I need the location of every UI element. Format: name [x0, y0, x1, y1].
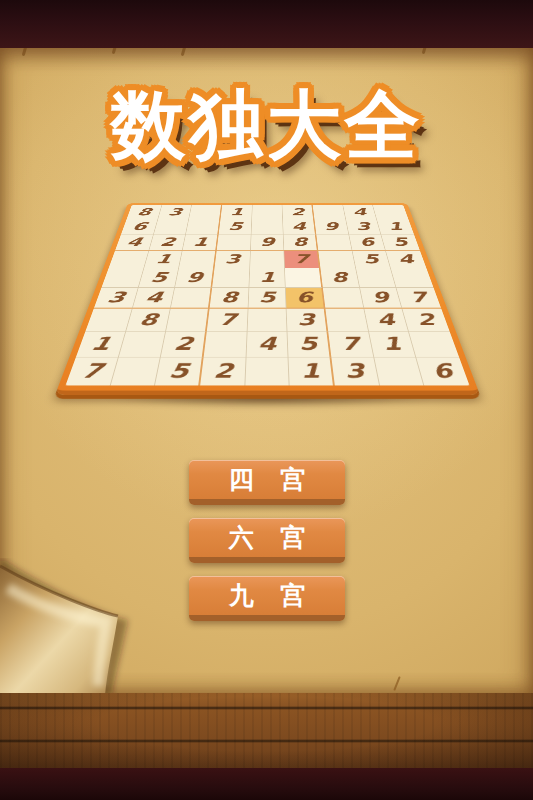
board-cell-r6c6: 6: [286, 288, 325, 309]
board-cell-r2c1: 6: [121, 219, 158, 234]
board-cell-r2c2: [154, 219, 190, 234]
board-cell-r8c4: [204, 332, 248, 357]
app-screen: 数独大全 83124654931421986513754591834856978…: [0, 0, 533, 800]
board-cell-r7c9: 2: [403, 309, 450, 332]
board-cell-r6c2: 4: [132, 288, 175, 309]
board-cell-r4c5: [250, 251, 285, 269]
page-curl: [0, 558, 142, 695]
board-cell-r9c2: [110, 357, 161, 385]
board-cell-r9c4: 2: [200, 357, 246, 385]
board-cell-r6c5: 5: [248, 288, 287, 309]
board-cell-r8c2: [118, 332, 166, 357]
board-cell-r9c3: 5: [155, 357, 203, 385]
board-cell-r2c4: 5: [219, 219, 252, 234]
menu-button-label: 九 宫: [229, 579, 306, 612]
board-cell-r2c9: 1: [377, 219, 414, 234]
board-cell-r4c9: 4: [386, 251, 426, 269]
board-cell-r3c5: 9: [251, 234, 285, 250]
board-cell-r6c1: 3: [94, 288, 139, 309]
board-cell-r3c7: [316, 234, 352, 250]
board-cell-r3c9: 5: [381, 234, 420, 250]
menu-button-4x4[interactable]: 四 宫: [189, 460, 345, 505]
board-cell-r9c5: [245, 357, 290, 385]
board-cell-r3c1: 4: [115, 234, 154, 250]
board-cell-r8c5: 4: [246, 332, 289, 357]
board-cell-r7c1: [85, 309, 132, 332]
menu-button-label: 六 宫: [229, 521, 306, 554]
board-cell-r4c8: 5: [352, 251, 391, 269]
board-cell-r2c5: [251, 219, 284, 234]
board-perspective-scene: 8312465493142198651375459183485697873421…: [55, 3, 480, 395]
sudoku-board: 8312465493142198651375459183485697873421…: [55, 203, 480, 395]
board-cell-r7c2: 8: [126, 309, 171, 332]
board-cell-r2c7: 9: [314, 219, 348, 234]
board-cell-r8c6: 5: [288, 332, 332, 357]
board-cell-r8c1: 1: [76, 332, 126, 357]
board-cell-r5c5: 1: [249, 268, 286, 287]
board-cell-r8c9: [409, 332, 459, 357]
board-cell-r4c7: [318, 251, 355, 269]
board-cell-r7c7: [325, 309, 368, 332]
board-cell-r7c6: 3: [287, 309, 328, 332]
board-cell-r5c1: [101, 268, 143, 287]
board-cell-r4c4: 3: [215, 251, 251, 269]
board-cell-r7c8: 4: [364, 309, 409, 332]
mode-menu: 四 宫 六 宫 九 宫: [189, 460, 345, 634]
wood-shelf: [0, 693, 533, 769]
board-cell-r1c2: 3: [158, 205, 192, 219]
board-cell-r1c6: 2: [283, 205, 315, 219]
board-cell-r4c6: 7: [284, 251, 320, 269]
board-cell-r7c5: [247, 309, 288, 332]
board-cell-r8c7: 7: [328, 332, 374, 357]
board-cell-r9c6: 1: [289, 357, 335, 385]
board-cell-r9c7: 3: [331, 357, 379, 385]
board-cell-r3c6: 8: [284, 234, 319, 250]
board-cell-r1c9: [373, 205, 408, 219]
board-cell-r5c7: 8: [320, 268, 359, 287]
board-cell-r1c7: [313, 205, 346, 219]
board-cell-r1c3: [189, 205, 222, 219]
board-cell-r6c8: 9: [360, 288, 403, 309]
board-cell-r4c1: [109, 251, 149, 269]
board-cell-r5c6: [285, 268, 323, 287]
board-cell-r6c7: [323, 288, 364, 309]
board-cell-r7c3: [166, 309, 209, 332]
board-cell-r3c8: 6: [349, 234, 386, 250]
board-cell-r2c8: 3: [346, 219, 382, 234]
board-cell-r7c4: 7: [207, 309, 248, 332]
board-cell-r5c3: 9: [175, 268, 214, 287]
board-cell-r1c4: 1: [221, 205, 253, 219]
menu-button-9x9[interactable]: 九 宫: [189, 576, 345, 621]
board-cell-r2c3: [186, 219, 220, 234]
sudoku-grid: 8312465493142198651375459183485697873421…: [66, 205, 470, 385]
board-cell-r6c3: [171, 288, 212, 309]
board-cell-r6c4: 8: [210, 288, 249, 309]
board-cell-r5c8: [356, 268, 397, 287]
board-cell-r1c5: [252, 205, 283, 219]
menu-button-label: 四 宫: [229, 463, 306, 496]
board-cell-r3c2: 2: [149, 234, 186, 250]
board-cell-r5c2: 5: [138, 268, 179, 287]
board-cell-r6c9: 7: [397, 288, 442, 309]
menu-button-6x6[interactable]: 六 宫: [189, 518, 345, 563]
board-cell-r4c3: [179, 251, 216, 269]
board-cell-r5c4: [212, 268, 250, 287]
board-cell-r5c9: [391, 268, 433, 287]
bottom-dark-band: [0, 768, 533, 800]
board-cell-r9c9: 6: [417, 357, 470, 385]
board-cell-r1c1: 8: [127, 205, 162, 219]
board-cell-r8c3: 2: [161, 332, 207, 357]
board-cell-r1c8: 4: [343, 205, 377, 219]
board-cell-r3c3: 1: [183, 234, 219, 250]
board-cell-r3c4: [217, 234, 252, 250]
board-cell-r2c6: 4: [283, 219, 316, 234]
board-cell-r4c2: 1: [144, 251, 183, 269]
